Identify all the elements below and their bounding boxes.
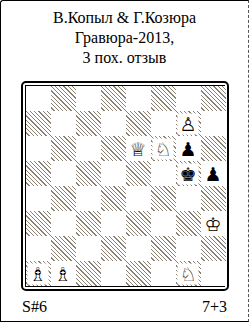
board-outer-border: ♙♕♘♟♚♟♔♗♗♘	[21, 81, 229, 291]
square-g3	[176, 211, 201, 236]
square-d7	[101, 111, 126, 136]
square-b2	[51, 236, 76, 261]
square-b6	[51, 136, 76, 161]
square-b5	[51, 161, 76, 186]
square-a7	[26, 111, 51, 136]
square-c6	[76, 136, 101, 161]
square-g1: ♘	[176, 261, 201, 286]
authors: В.Копыл & Г.Козюра	[1, 8, 248, 28]
square-d8	[101, 86, 126, 111]
square-g8	[176, 86, 201, 111]
event-name: Гравюра-2013,	[1, 28, 248, 48]
board-inner-border: ♙♕♘♟♚♟♔♗♗♘	[25, 85, 225, 287]
square-a2	[26, 236, 51, 261]
piece-white-king-h3: ♔	[203, 213, 224, 234]
square-h4	[201, 186, 226, 211]
material-count: 7+3	[202, 298, 227, 316]
square-f7	[151, 111, 176, 136]
square-c3	[76, 211, 101, 236]
stipulation: S#6	[22, 298, 47, 316]
diagram-footer: S#6 7+3	[22, 298, 227, 316]
square-f2	[151, 236, 176, 261]
piece-white-bishop-b1: ♗	[53, 263, 74, 284]
square-e4	[126, 186, 151, 211]
piece-black-king-g5: ♚	[178, 163, 199, 184]
square-g4	[176, 186, 201, 211]
piece-white-pawn-g7: ♙	[178, 113, 199, 134]
square-g7: ♙	[176, 111, 201, 136]
square-a6	[26, 136, 51, 161]
square-g5: ♚	[176, 161, 201, 186]
square-b4	[51, 186, 76, 211]
square-b1: ♗	[51, 261, 76, 286]
square-c5	[76, 161, 101, 186]
square-e1	[126, 261, 151, 286]
square-h7	[201, 111, 226, 136]
piece-white-queen-e6: ♕	[128, 138, 149, 159]
caption: В.Копыл & Г.Козюра Гравюра-2013, 3 пох. …	[1, 1, 248, 68]
square-c7	[76, 111, 101, 136]
square-a1: ♗	[26, 261, 51, 286]
composition-card: В.Копыл & Г.Козюра Гравюра-2013, 3 пох. …	[0, 0, 249, 322]
square-b3	[51, 211, 76, 236]
piece-white-knight-f6: ♘	[153, 138, 174, 159]
square-c8	[76, 86, 101, 111]
award: 3 пох. отзыв	[1, 48, 248, 68]
square-h6	[201, 136, 226, 161]
square-b8	[51, 86, 76, 111]
square-d4	[101, 186, 126, 211]
chess-board: ♙♕♘♟♚♟♔♗♗♘	[26, 86, 226, 286]
square-e8	[126, 86, 151, 111]
square-g2	[176, 236, 201, 261]
square-f4	[151, 186, 176, 211]
square-f3	[151, 211, 176, 236]
square-h8	[201, 86, 226, 111]
square-c2	[76, 236, 101, 261]
square-c1	[76, 261, 101, 286]
square-a4	[26, 186, 51, 211]
square-d1	[101, 261, 126, 286]
piece-black-pawn-g6: ♟	[178, 138, 199, 159]
square-e6: ♕	[126, 136, 151, 161]
square-e7	[126, 111, 151, 136]
square-b7	[51, 111, 76, 136]
piece-white-bishop-a1: ♗	[28, 263, 49, 284]
square-d6	[101, 136, 126, 161]
square-f1	[151, 261, 176, 286]
chess-board-frame: ♙♕♘♟♚♟♔♗♗♘	[21, 81, 229, 291]
square-e5	[126, 161, 151, 186]
square-f5	[151, 161, 176, 186]
square-a8	[26, 86, 51, 111]
square-a3	[26, 211, 51, 236]
square-d3	[101, 211, 126, 236]
square-e2	[126, 236, 151, 261]
square-d5	[101, 161, 126, 186]
square-h3: ♔	[201, 211, 226, 236]
square-h2	[201, 236, 226, 261]
square-d2	[101, 236, 126, 261]
piece-black-pawn-h5: ♟	[203, 163, 224, 184]
square-f8	[151, 86, 176, 111]
square-e3	[126, 211, 151, 236]
square-h5: ♟	[201, 161, 226, 186]
square-a5	[26, 161, 51, 186]
square-c4	[76, 186, 101, 211]
square-g6: ♟	[176, 136, 201, 161]
square-f6: ♘	[151, 136, 176, 161]
piece-white-knight-g1: ♘	[178, 263, 199, 284]
square-h1	[201, 261, 226, 286]
